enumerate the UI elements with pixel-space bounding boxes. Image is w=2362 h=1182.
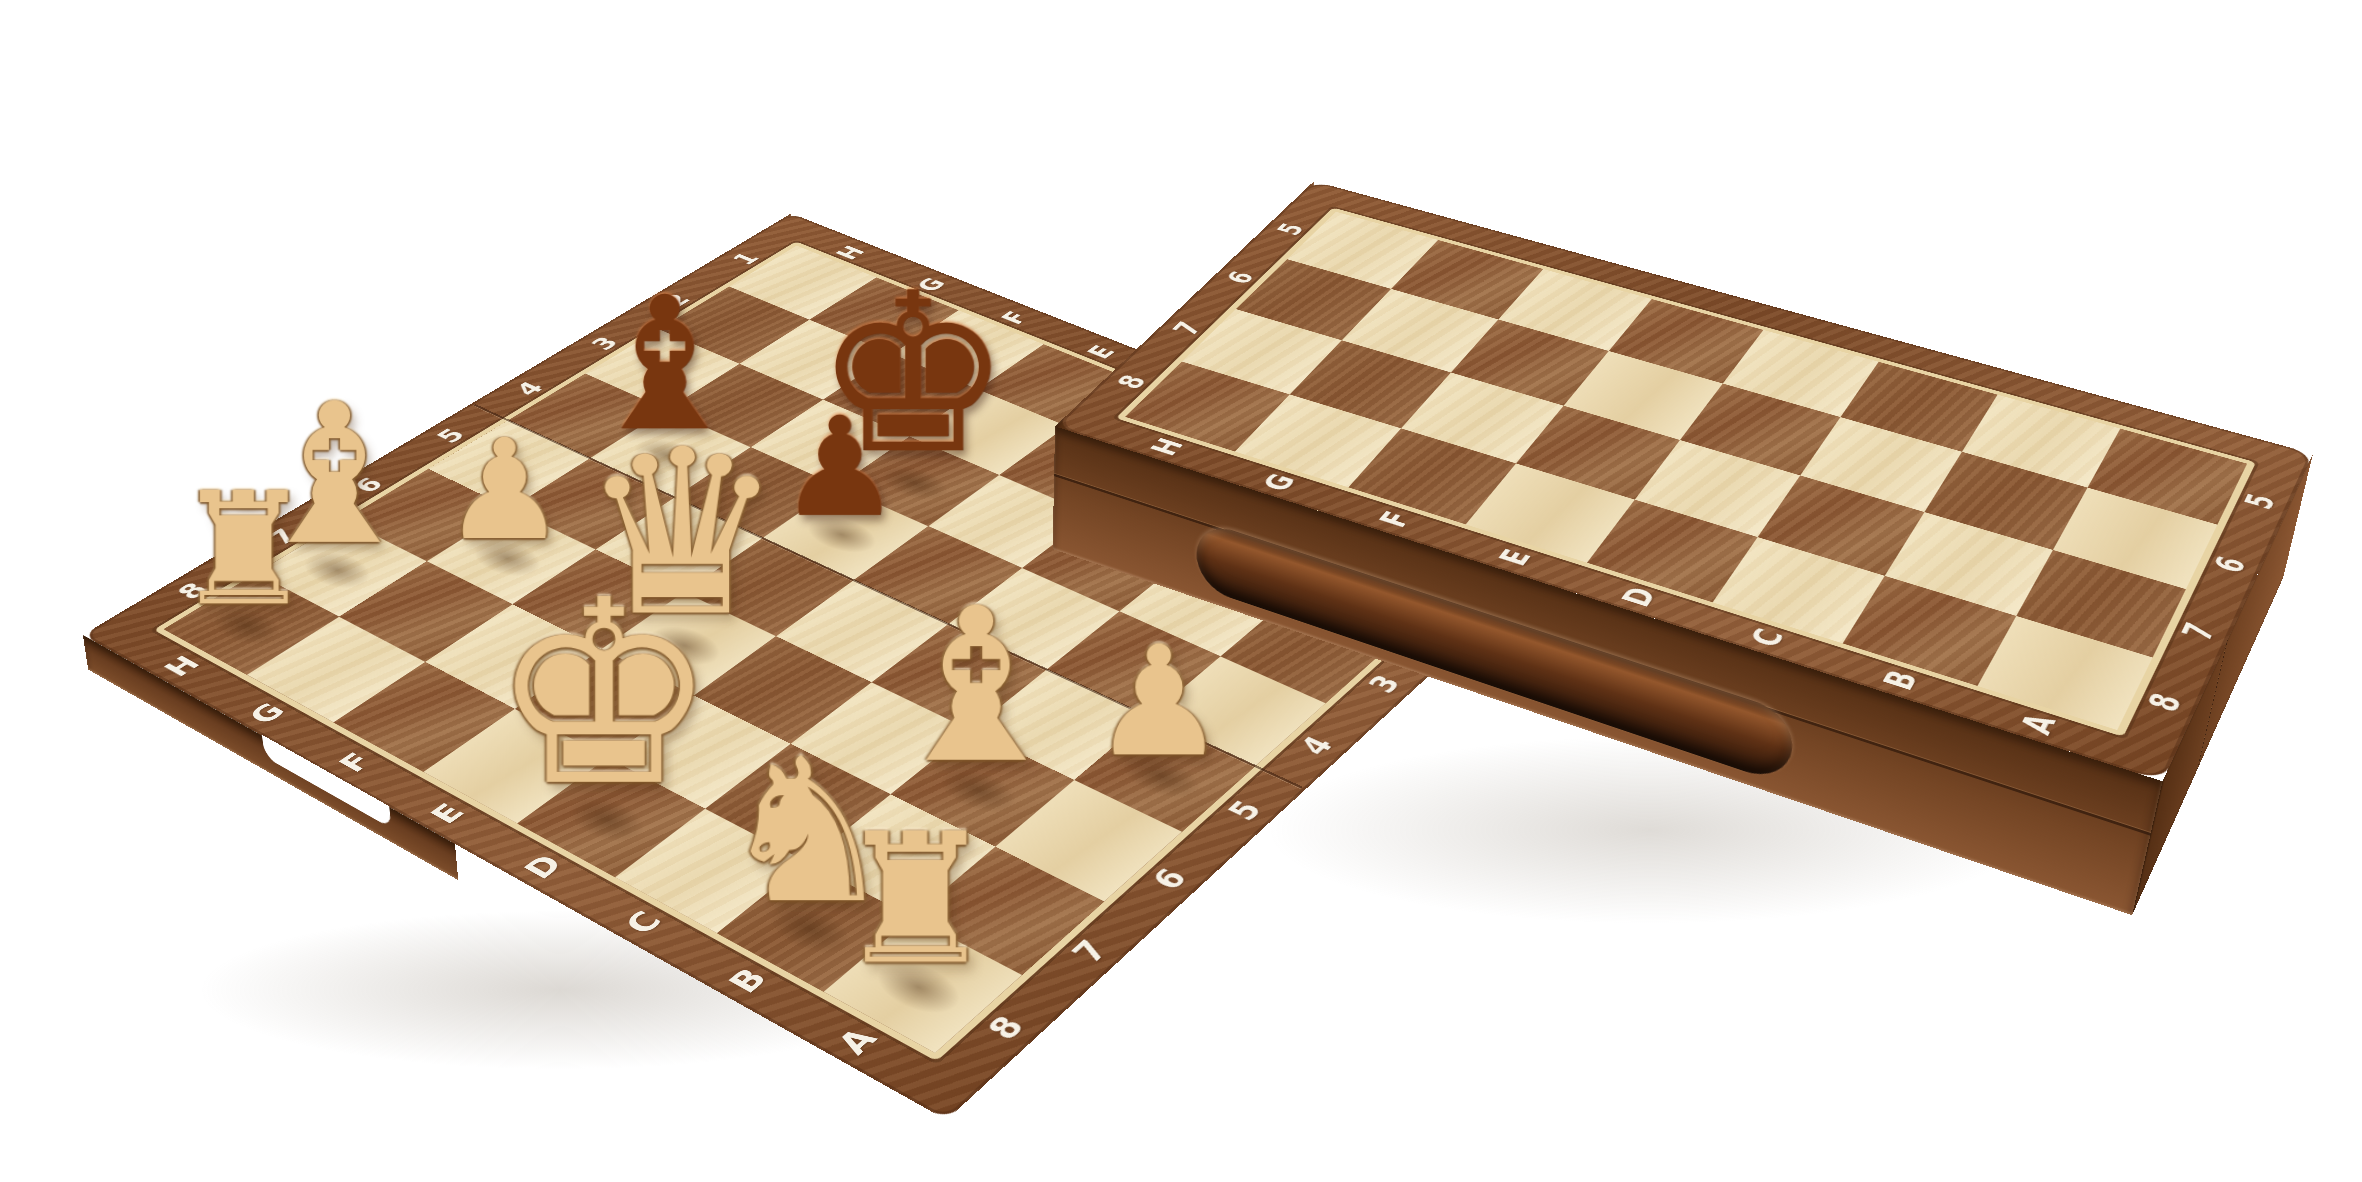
coordinate-label-a: A (829, 1022, 886, 1060)
coordinate-label-4: 4 (508, 378, 550, 399)
coordinate-label-f: F (1371, 507, 1419, 531)
coordinate-label-8: 8 (1109, 371, 1154, 392)
coordinate-label-d: D (516, 849, 571, 884)
coordinate-label-6: 6 (1219, 268, 1262, 287)
coordinate-label-e: E (1080, 342, 1121, 362)
foot-notch (262, 735, 392, 829)
square-d5 (1723, 330, 1879, 417)
coordinate-label-e: E (1490, 545, 1539, 570)
coordinate-label-7: 7 (1063, 934, 1117, 968)
white-pawn-a5: ♟ (1091, 626, 1227, 778)
white-rook-h8: ♜ (175, 472, 314, 627)
coordinate-label-4: 4 (1291, 731, 1341, 760)
coordinate-label-6: 6 (2205, 552, 2254, 577)
coordinate-label-c: C (617, 905, 670, 939)
case-halves-seam (2197, 639, 2228, 770)
coordinate-label-7: 7 (2173, 618, 2224, 644)
coordinate-label-5: 5 (2236, 490, 2284, 514)
coordinate-label-b: B (1874, 666, 1927, 695)
coordinate-label-f: F (331, 748, 379, 777)
coordinate-label-c: C (1742, 624, 1793, 651)
coordinate-label-8: 8 (2139, 688, 2191, 716)
coordinate-label-3: 3 (1359, 670, 1408, 698)
coordinate-label-h: H (1143, 434, 1192, 459)
white-rook-a8: ♜ (836, 810, 997, 989)
coordinate-label-8: 8 (978, 1010, 1033, 1046)
product-photo-scene: ♚♝♟♟♟♛♝♝♜♚♞♜HGFEDCBAHGFEDCBA123456781234… (0, 0, 2362, 1182)
white-pawn-g6: ♟ (443, 421, 567, 560)
coordinate-label-e: E (423, 798, 473, 828)
square-d8 (1587, 500, 1758, 603)
coordinate-label-b: B (720, 962, 776, 998)
coordinate-label-5: 5 (1219, 795, 1270, 826)
coordinate-label-7: 7 (1165, 318, 1209, 338)
black-pawn-e4: ♟ (778, 399, 901, 536)
coordinate-label-h: H (157, 651, 207, 680)
coordinate-label-g: G (1254, 470, 1303, 495)
coordinate-label-6: 6 (1143, 863, 1196, 895)
coordinate-label-g: G (242, 698, 293, 728)
white-king-d8: ♚ (490, 567, 718, 821)
white-bishop-b6: ♝ (881, 579, 1072, 792)
coordinate-label-5: 5 (1270, 220, 1312, 238)
